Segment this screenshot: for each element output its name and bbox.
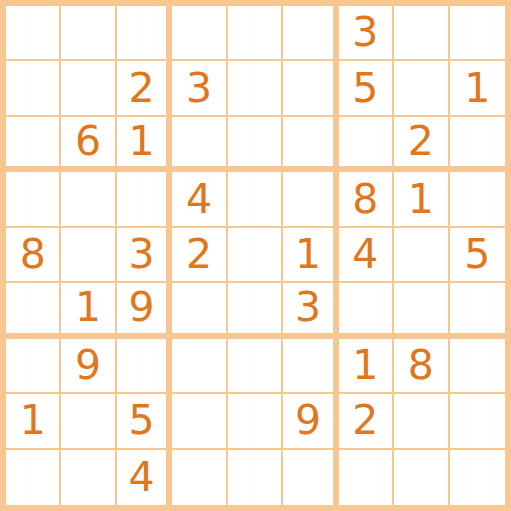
cell-r4c5[interactable] (228, 172, 283, 227)
cell-r2c5[interactable] (228, 61, 283, 116)
cell-r4c3[interactable] (117, 172, 172, 227)
cell-r2c9[interactable]: 1 (450, 61, 505, 116)
cell-r4c8[interactable]: 1 (394, 172, 449, 227)
cell-r9c5[interactable] (228, 450, 283, 505)
cell-r2c8[interactable] (394, 61, 449, 116)
cell-r4c2[interactable] (61, 172, 116, 227)
cell-r8c3[interactable]: 5 (117, 394, 172, 449)
cell-r4c7[interactable]: 8 (339, 172, 394, 227)
cell-r6c4[interactable] (172, 283, 227, 338)
cell-r6c8[interactable] (394, 283, 449, 338)
cell-r7c9[interactable] (450, 339, 505, 394)
cell-r7c7[interactable]: 1 (339, 339, 394, 394)
cell-r5c1[interactable]: 8 (6, 228, 61, 283)
cell-r2c4[interactable]: 3 (172, 61, 227, 116)
cell-r1c4[interactable] (172, 6, 227, 61)
cell-r9c9[interactable] (450, 450, 505, 505)
cell-r3c7[interactable] (339, 117, 394, 172)
cell-r9c2[interactable] (61, 450, 116, 505)
cell-r8c8[interactable] (394, 394, 449, 449)
cell-r9c1[interactable] (6, 450, 61, 505)
cell-r8c4[interactable] (172, 394, 227, 449)
cell-r9c8[interactable] (394, 450, 449, 505)
cell-r5c6[interactable]: 1 (283, 228, 338, 283)
cell-r3c1[interactable] (6, 117, 61, 172)
cell-r1c1[interactable] (6, 6, 61, 61)
sudoku-board: 3235161248183214519391815924 (0, 0, 511, 511)
cell-r3c4[interactable] (172, 117, 227, 172)
cell-r9c6[interactable] (283, 450, 338, 505)
cell-r7c4[interactable] (172, 339, 227, 394)
cell-r3c6[interactable] (283, 117, 338, 172)
cell-r8c6[interactable]: 9 (283, 394, 338, 449)
cell-r1c8[interactable] (394, 6, 449, 61)
cell-r8c2[interactable] (61, 394, 116, 449)
cell-r6c1[interactable] (6, 283, 61, 338)
cell-r4c1[interactable] (6, 172, 61, 227)
cell-r3c9[interactable] (450, 117, 505, 172)
cell-r2c3[interactable]: 2 (117, 61, 172, 116)
cell-r1c3[interactable] (117, 6, 172, 61)
cell-r5c4[interactable]: 2 (172, 228, 227, 283)
cell-r1c5[interactable] (228, 6, 283, 61)
cell-r8c7[interactable]: 2 (339, 394, 394, 449)
cell-r5c5[interactable] (228, 228, 283, 283)
cell-r4c4[interactable]: 4 (172, 172, 227, 227)
cell-r8c5[interactable] (228, 394, 283, 449)
cell-r2c7[interactable]: 5 (339, 61, 394, 116)
cell-r2c2[interactable] (61, 61, 116, 116)
cell-r7c5[interactable] (228, 339, 283, 394)
cell-r5c3[interactable]: 3 (117, 228, 172, 283)
cell-r6c9[interactable] (450, 283, 505, 338)
cell-r9c7[interactable] (339, 450, 394, 505)
cell-r5c2[interactable] (61, 228, 116, 283)
cell-r1c6[interactable] (283, 6, 338, 61)
sudoku-grid: 3235161248183214519391815924 (6, 6, 505, 505)
cell-r7c1[interactable] (6, 339, 61, 394)
cell-r7c6[interactable] (283, 339, 338, 394)
cell-r1c9[interactable] (450, 6, 505, 61)
cell-r5c9[interactable]: 5 (450, 228, 505, 283)
cell-r4c6[interactable] (283, 172, 338, 227)
cell-r7c3[interactable] (117, 339, 172, 394)
cell-r6c3[interactable]: 9 (117, 283, 172, 338)
cell-r6c2[interactable]: 1 (61, 283, 116, 338)
cell-r9c4[interactable] (172, 450, 227, 505)
cell-r1c2[interactable] (61, 6, 116, 61)
cell-r3c3[interactable]: 1 (117, 117, 172, 172)
cell-r5c8[interactable] (394, 228, 449, 283)
cell-r5c7[interactable]: 4 (339, 228, 394, 283)
cell-r2c6[interactable] (283, 61, 338, 116)
cell-r3c8[interactable]: 2 (394, 117, 449, 172)
cell-r7c2[interactable]: 9 (61, 339, 116, 394)
cell-r6c5[interactable] (228, 283, 283, 338)
cell-r3c2[interactable]: 6 (61, 117, 116, 172)
cell-r7c8[interactable]: 8 (394, 339, 449, 394)
cell-r8c1[interactable]: 1 (6, 394, 61, 449)
cell-r2c1[interactable] (6, 61, 61, 116)
cell-r1c7[interactable]: 3 (339, 6, 394, 61)
cell-r4c9[interactable] (450, 172, 505, 227)
cell-r9c3[interactable]: 4 (117, 450, 172, 505)
cell-r8c9[interactable] (450, 394, 505, 449)
cell-r3c5[interactable] (228, 117, 283, 172)
cell-r6c6[interactable]: 3 (283, 283, 338, 338)
cell-r6c7[interactable] (339, 283, 394, 338)
